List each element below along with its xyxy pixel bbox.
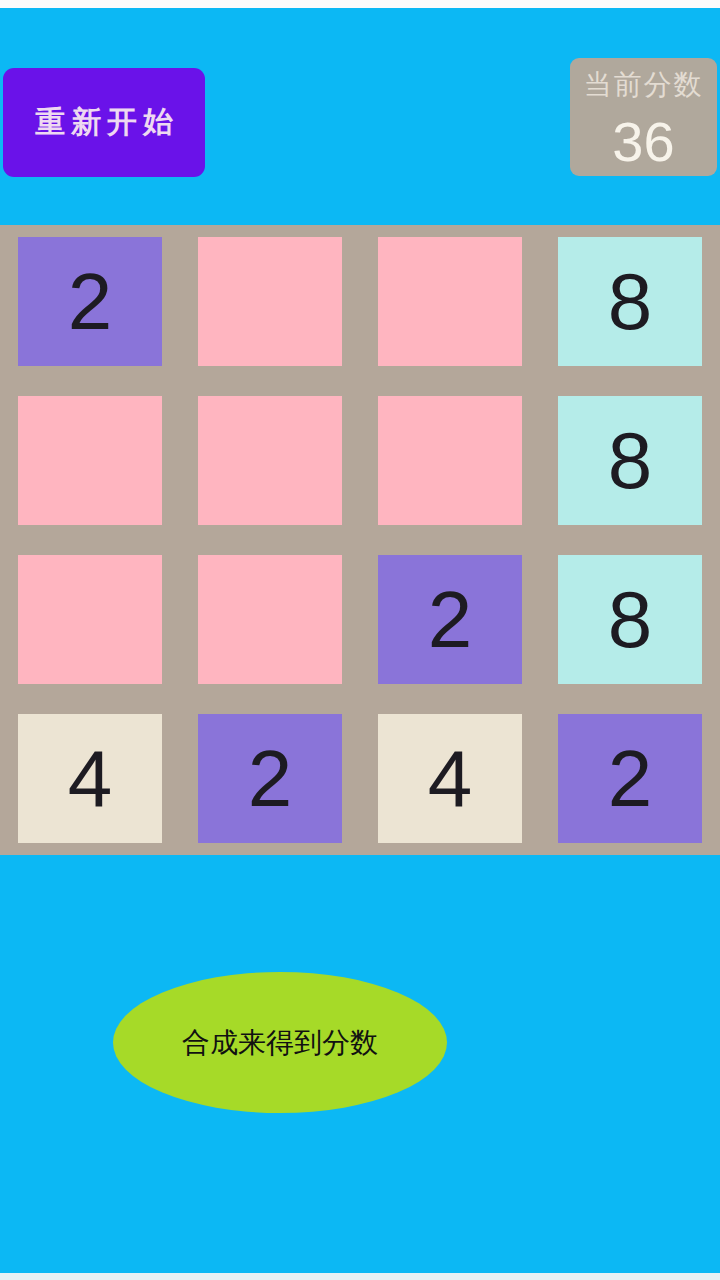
tile-r2c3-empty xyxy=(378,396,522,525)
tile-r4c3-4: 4 xyxy=(378,714,522,843)
restart-button[interactable]: 重新开始 xyxy=(3,68,205,177)
status-bar-top xyxy=(0,0,720,8)
game-board[interactable]: 288284242 xyxy=(0,225,720,855)
hint-text: 合成来得到分数 xyxy=(182,1024,378,1062)
score-label: 当前分数 xyxy=(584,66,704,104)
score-panel: 当前分数 36 xyxy=(570,58,717,176)
tile-r3c2-empty xyxy=(198,555,342,684)
tile-r2c2-empty xyxy=(198,396,342,525)
nav-bar-bottom xyxy=(0,1273,720,1280)
tile-r2c1-empty xyxy=(18,396,162,525)
tile-r3c1-empty xyxy=(18,555,162,684)
tile-r4c2-2: 2 xyxy=(198,714,342,843)
tile-r2c4-8: 8 xyxy=(558,396,702,525)
tile-r1c3-empty xyxy=(378,237,522,366)
tile-r4c1-4: 4 xyxy=(18,714,162,843)
hint-bubble: 合成来得到分数 xyxy=(113,972,447,1113)
tile-r3c4-8: 8 xyxy=(558,555,702,684)
tile-r4c4-2: 2 xyxy=(558,714,702,843)
tile-r1c4-8: 8 xyxy=(558,237,702,366)
tile-r1c2-empty xyxy=(198,237,342,366)
score-value: 36 xyxy=(612,114,674,170)
tile-r3c3-2: 2 xyxy=(378,555,522,684)
tile-r1c1-2: 2 xyxy=(18,237,162,366)
